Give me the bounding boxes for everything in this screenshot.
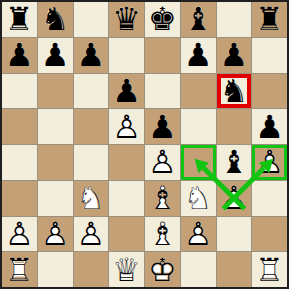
white-rook[interactable]: ♜♖: [252, 252, 287, 287]
square-c5[interactable]: [74, 109, 109, 144]
white-pawn[interactable]: ♟♙: [217, 181, 252, 216]
square-d8[interactable]: ♕♛: [109, 2, 144, 37]
square-a4[interactable]: [2, 145, 37, 180]
square-d2[interactable]: [109, 217, 144, 252]
square-h6[interactable]: [252, 74, 287, 109]
square-b8[interactable]: ♘♞: [38, 2, 73, 37]
square-a1[interactable]: ♜♖: [2, 252, 37, 287]
black-bishop[interactable]: ♗♝: [217, 145, 252, 180]
white-knight[interactable]: ♞♘: [74, 181, 109, 216]
black-knight[interactable]: ♘♞: [217, 74, 252, 109]
square-h4[interactable]: ♟♙: [252, 145, 287, 180]
square-h5[interactable]: ♙♟: [252, 109, 287, 144]
black-pawn[interactable]: ♙♟: [181, 38, 216, 73]
square-e7[interactable]: [145, 38, 180, 73]
square-c2[interactable]: ♟♙: [74, 217, 109, 252]
white-pawn[interactable]: ♟♙: [181, 217, 216, 252]
square-a6[interactable]: [2, 74, 37, 109]
square-b3[interactable]: [38, 181, 73, 216]
square-g2[interactable]: [217, 217, 252, 252]
square-a3[interactable]: [2, 181, 37, 216]
square-e4[interactable]: ♟♙: [145, 145, 180, 180]
white-rook[interactable]: ♜♖: [2, 252, 37, 287]
square-b2[interactable]: ♟♙: [38, 217, 73, 252]
square-e1[interactable]: ♚♔: [145, 252, 180, 287]
square-f4[interactable]: [181, 145, 216, 180]
square-d7[interactable]: [109, 38, 144, 73]
white-king[interactable]: ♚♔: [145, 252, 180, 287]
square-f7[interactable]: ♙♟: [181, 38, 216, 73]
square-h2[interactable]: [252, 217, 287, 252]
square-d5[interactable]: ♟♙: [109, 109, 144, 144]
white-pawn[interactable]: ♟♙: [145, 145, 180, 180]
square-g4[interactable]: ♗♝: [217, 145, 252, 180]
black-pawn[interactable]: ♙♟: [252, 109, 287, 144]
black-rook[interactable]: ♖♜: [2, 2, 37, 37]
square-f1[interactable]: [181, 252, 216, 287]
black-king[interactable]: ♔♚: [145, 2, 180, 37]
square-b4[interactable]: [38, 145, 73, 180]
white-pawn[interactable]: ♟♙: [109, 109, 144, 144]
black-pawn[interactable]: ♙♟: [38, 38, 73, 73]
square-f6[interactable]: [181, 74, 216, 109]
black-pawn[interactable]: ♙♟: [2, 38, 37, 73]
white-knight[interactable]: ♞♘: [181, 181, 216, 216]
square-e8[interactable]: ♔♚: [145, 2, 180, 37]
square-a5[interactable]: [2, 109, 37, 144]
square-d1[interactable]: ♛♕: [109, 252, 144, 287]
square-d3[interactable]: [109, 181, 144, 216]
square-b5[interactable]: [38, 109, 73, 144]
square-f5[interactable]: [181, 109, 216, 144]
square-f8[interactable]: ♗♝: [181, 2, 216, 37]
square-c4[interactable]: [74, 145, 109, 180]
black-bishop[interactable]: ♗♝: [181, 2, 216, 37]
square-a8[interactable]: ♖♜: [2, 2, 37, 37]
black-pawn[interactable]: ♙♟: [217, 38, 252, 73]
square-e2[interactable]: ♝♗: [145, 217, 180, 252]
white-pawn[interactable]: ♟♙: [252, 145, 287, 180]
square-f3[interactable]: ♞♘: [181, 181, 216, 216]
square-a7[interactable]: ♙♟: [2, 38, 37, 73]
chess-app: ♖♜♘♞♕♛♔♚♗♝♖♜♙♟♙♟♙♟♙♟♙♟♙♟♘♞♟♙♙♟♙♟♟♙♗♝♟♙♞♘…: [0, 0, 289, 289]
black-queen[interactable]: ♕♛: [109, 2, 144, 37]
square-g5[interactable]: [217, 109, 252, 144]
square-g3[interactable]: ♟♙: [217, 181, 252, 216]
square-c6[interactable]: [74, 74, 109, 109]
square-d4[interactable]: [109, 145, 144, 180]
square-e6[interactable]: [145, 74, 180, 109]
square-b1[interactable]: [38, 252, 73, 287]
square-c7[interactable]: ♙♟: [74, 38, 109, 73]
square-c1[interactable]: [74, 252, 109, 287]
square-d6[interactable]: ♙♟: [109, 74, 144, 109]
square-h7[interactable]: [252, 38, 287, 73]
square-e5[interactable]: ♙♟: [145, 109, 180, 144]
chess-board: ♖♜♘♞♕♛♔♚♗♝♖♜♙♟♙♟♙♟♙♟♙♟♙♟♘♞♟♙♙♟♙♟♟♙♗♝♟♙♞♘…: [0, 0, 289, 289]
white-pawn[interactable]: ♟♙: [38, 217, 73, 252]
square-b7[interactable]: ♙♟: [38, 38, 73, 73]
black-pawn[interactable]: ♙♟: [145, 109, 180, 144]
black-pawn[interactable]: ♙♟: [109, 74, 144, 109]
black-pawn[interactable]: ♙♟: [74, 38, 109, 73]
square-g1[interactable]: [217, 252, 252, 287]
square-c3[interactable]: ♞♘: [74, 181, 109, 216]
square-g8[interactable]: [217, 2, 252, 37]
square-c8[interactable]: [74, 2, 109, 37]
white-pawn[interactable]: ♟♙: [2, 217, 37, 252]
square-g7[interactable]: ♙♟: [217, 38, 252, 73]
black-rook[interactable]: ♖♜: [252, 2, 287, 37]
square-g6[interactable]: ♘♞: [217, 74, 252, 109]
white-bishop[interactable]: ♝♗: [145, 181, 180, 216]
square-e3[interactable]: ♝♗: [145, 181, 180, 216]
square-h1[interactable]: ♜♖: [252, 252, 287, 287]
square-a2[interactable]: ♟♙: [2, 217, 37, 252]
white-bishop[interactable]: ♝♗: [145, 217, 180, 252]
square-h3[interactable]: [252, 181, 287, 216]
square-h8[interactable]: ♖♜: [252, 2, 287, 37]
square-f2[interactable]: ♟♙: [181, 217, 216, 252]
square-b6[interactable]: [38, 74, 73, 109]
white-pawn[interactable]: ♟♙: [74, 217, 109, 252]
white-queen[interactable]: ♛♕: [109, 252, 144, 287]
black-knight[interactable]: ♘♞: [38, 2, 73, 37]
